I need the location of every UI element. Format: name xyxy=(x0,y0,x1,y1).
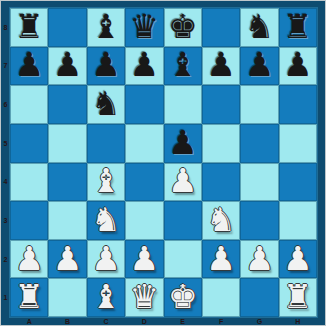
square-e3[interactable] xyxy=(164,201,202,240)
square-f1[interactable] xyxy=(202,278,240,317)
square-e6[interactable] xyxy=(164,85,202,124)
black-queen-icon[interactable]: ♛ xyxy=(130,10,160,43)
file-label-a: A xyxy=(10,317,48,326)
square-b1[interactable] xyxy=(48,278,86,317)
square-d1[interactable]: ♛ xyxy=(125,278,163,317)
white-pawn-icon[interactable]: ♟ xyxy=(245,242,275,275)
square-e4[interactable]: ♟ xyxy=(164,163,202,202)
square-f6[interactable] xyxy=(202,85,240,124)
square-g8[interactable]: ♞ xyxy=(240,8,278,47)
square-a6[interactable] xyxy=(10,85,48,124)
black-king-icon[interactable]: ♚ xyxy=(168,10,198,43)
white-bishop-icon[interactable]: ♝ xyxy=(91,280,121,313)
black-pawn-icon[interactable]: ♟ xyxy=(53,48,83,81)
white-rook-icon[interactable]: ♜ xyxy=(283,280,313,313)
square-e8[interactable]: ♚ xyxy=(164,8,202,47)
square-h1[interactable]: ♜ xyxy=(279,278,317,317)
black-knight-icon[interactable]: ♞ xyxy=(91,87,121,120)
square-g4[interactable] xyxy=(240,163,278,202)
square-f3[interactable]: ♞ xyxy=(202,201,240,240)
white-pawn-icon[interactable]: ♟ xyxy=(168,164,198,197)
file-label-g: G xyxy=(240,317,278,326)
square-f4[interactable] xyxy=(202,163,240,202)
black-pawn-icon[interactable]: ♟ xyxy=(91,48,121,81)
square-c3[interactable]: ♞ xyxy=(87,201,125,240)
black-pawn-icon[interactable]: ♟ xyxy=(283,48,313,81)
square-g1[interactable] xyxy=(240,278,278,317)
square-a5[interactable] xyxy=(10,124,48,163)
rank-label-3: 3 xyxy=(1,201,10,240)
square-b4[interactable] xyxy=(48,163,86,202)
square-g6[interactable] xyxy=(240,85,278,124)
square-e2[interactable] xyxy=(164,240,202,279)
square-d3[interactable] xyxy=(125,201,163,240)
square-d4[interactable] xyxy=(125,163,163,202)
square-c1[interactable]: ♝ xyxy=(87,278,125,317)
rank-label-4: 4 xyxy=(1,163,10,202)
white-knight-icon[interactable]: ♞ xyxy=(206,203,236,236)
square-f5[interactable] xyxy=(202,124,240,163)
black-bishop-icon[interactable]: ♝ xyxy=(91,10,121,43)
square-b8[interactable] xyxy=(48,8,86,47)
square-c8[interactable]: ♝ xyxy=(87,8,125,47)
black-pawn-icon[interactable]: ♟ xyxy=(245,48,275,81)
square-d6[interactable] xyxy=(125,85,163,124)
square-d2[interactable]: ♟ xyxy=(125,240,163,279)
square-f7[interactable]: ♟ xyxy=(202,47,240,86)
chess-board: ♜♝♛♚♞♜♟♟♟♟♝♟♟♟♞♟♝♟♞♞♟♟♟♟♟♟♟♜♝♛♚♜ xyxy=(10,8,317,317)
square-h4[interactable] xyxy=(279,163,317,202)
black-bishop-icon[interactable]: ♝ xyxy=(168,48,198,81)
square-b2[interactable]: ♟ xyxy=(48,240,86,279)
square-g7[interactable]: ♟ xyxy=(240,47,278,86)
square-d8[interactable]: ♛ xyxy=(125,8,163,47)
black-knight-icon[interactable]: ♞ xyxy=(245,10,275,43)
black-rook-icon[interactable]: ♜ xyxy=(283,10,313,43)
square-h2[interactable]: ♟ xyxy=(279,240,317,279)
black-pawn-icon[interactable]: ♟ xyxy=(168,126,198,159)
file-labels: ABCDEFGH xyxy=(10,317,317,326)
file-label-b: B xyxy=(48,317,86,326)
white-pawn-icon[interactable]: ♟ xyxy=(130,242,160,275)
black-pawn-icon[interactable]: ♟ xyxy=(130,48,160,81)
white-pawn-icon[interactable]: ♟ xyxy=(53,242,83,275)
square-c4[interactable]: ♝ xyxy=(87,163,125,202)
white-pawn-icon[interactable]: ♟ xyxy=(283,242,313,275)
square-a4[interactable] xyxy=(10,163,48,202)
square-g2[interactable]: ♟ xyxy=(240,240,278,279)
square-h8[interactable]: ♜ xyxy=(279,8,317,47)
rank-label-1: 1 xyxy=(1,278,10,317)
square-c7[interactable]: ♟ xyxy=(87,47,125,86)
square-f8[interactable] xyxy=(202,8,240,47)
chess-board-frame: 87654321 ♜♝♛♚♞♜♟♟♟♟♝♟♟♟♞♟♝♟♞♞♟♟♟♟♟♟♟♜♝♛♚… xyxy=(0,0,326,326)
file-label-e: E xyxy=(164,317,202,326)
white-bishop-icon[interactable]: ♝ xyxy=(91,164,121,197)
file-label-d: D xyxy=(125,317,163,326)
square-f2[interactable]: ♟ xyxy=(202,240,240,279)
square-b3[interactable] xyxy=(48,201,86,240)
white-pawn-icon[interactable]: ♟ xyxy=(91,242,121,275)
square-a7[interactable]: ♟ xyxy=(10,47,48,86)
square-d7[interactable]: ♟ xyxy=(125,47,163,86)
white-knight-icon[interactable]: ♞ xyxy=(91,203,121,236)
square-h6[interactable] xyxy=(279,85,317,124)
square-a3[interactable] xyxy=(10,201,48,240)
rank-label-7: 7 xyxy=(1,47,10,86)
square-c6[interactable]: ♞ xyxy=(87,85,125,124)
square-d5[interactable] xyxy=(125,124,163,163)
file-label-c: C xyxy=(87,317,125,326)
file-label-h: H xyxy=(279,317,317,326)
black-pawn-icon[interactable]: ♟ xyxy=(14,48,44,81)
rank-label-5: 5 xyxy=(1,124,10,163)
black-pawn-icon[interactable]: ♟ xyxy=(206,48,236,81)
square-g5[interactable] xyxy=(240,124,278,163)
square-c2[interactable]: ♟ xyxy=(87,240,125,279)
square-a1[interactable]: ♜ xyxy=(10,278,48,317)
square-e5[interactable]: ♟ xyxy=(164,124,202,163)
square-g3[interactable] xyxy=(240,201,278,240)
square-e1[interactable]: ♚ xyxy=(164,278,202,317)
square-h5[interactable] xyxy=(279,124,317,163)
square-b6[interactable] xyxy=(48,85,86,124)
rank-labels: 87654321 xyxy=(1,8,10,317)
square-c5[interactable] xyxy=(87,124,125,163)
rank-label-8: 8 xyxy=(1,8,10,47)
square-e7[interactable]: ♝ xyxy=(164,47,202,86)
white-pawn-icon[interactable]: ♟ xyxy=(14,242,44,275)
square-h7[interactable]: ♟ xyxy=(279,47,317,86)
rank-label-6: 6 xyxy=(1,85,10,124)
white-queen-icon[interactable]: ♛ xyxy=(130,280,160,313)
square-b5[interactable] xyxy=(48,124,86,163)
white-rook-icon[interactable]: ♜ xyxy=(14,280,44,313)
square-b7[interactable]: ♟ xyxy=(48,47,86,86)
square-a8[interactable]: ♜ xyxy=(10,8,48,47)
black-rook-icon[interactable]: ♜ xyxy=(14,10,44,43)
square-h3[interactable] xyxy=(279,201,317,240)
square-a2[interactable]: ♟ xyxy=(10,240,48,279)
file-label-f: F xyxy=(202,317,240,326)
rank-label-2: 2 xyxy=(1,240,10,279)
white-king-icon[interactable]: ♚ xyxy=(168,280,198,313)
white-pawn-icon[interactable]: ♟ xyxy=(206,242,236,275)
